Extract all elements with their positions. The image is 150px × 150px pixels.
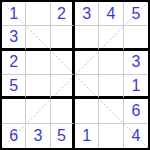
- given-digit: 3: [34, 128, 43, 144]
- cell-r1c2[interactable]: [26, 2, 50, 26]
- given-digit: 4: [107, 6, 116, 22]
- cell-r1c4[interactable]: 3: [75, 2, 99, 26]
- given-digit: 1: [131, 78, 140, 94]
- cell-r5c6[interactable]: 6: [124, 99, 148, 123]
- cell-r2c2[interactable]: [26, 26, 50, 50]
- cell-r6c3[interactable]: 5: [51, 124, 75, 148]
- cell-r6c2[interactable]: 3: [26, 124, 50, 148]
- cell-r5c4[interactable]: [75, 99, 99, 123]
- given-digit: 2: [9, 54, 18, 70]
- given-digit: 5: [131, 6, 140, 22]
- cell-r1c5[interactable]: 4: [99, 2, 123, 26]
- given-digit: 2: [57, 6, 66, 22]
- cell-r4c3[interactable]: [51, 75, 75, 99]
- given-digit: 6: [131, 103, 140, 119]
- cell-r3c2[interactable]: [26, 51, 50, 75]
- cell-r1c1[interactable]: 1: [2, 2, 26, 26]
- cell-r6c4[interactable]: 1: [75, 124, 99, 148]
- given-digit: 6: [9, 128, 18, 144]
- cell-r5c5[interactable]: [99, 99, 123, 123]
- given-digit: 3: [9, 29, 18, 45]
- cell-r4c1[interactable]: 5: [2, 75, 26, 99]
- given-digit: 4: [131, 128, 140, 144]
- cell-r2c6[interactable]: [124, 26, 148, 50]
- cell-r3c4[interactable]: [75, 51, 99, 75]
- sudoku-grid: 1234532351663514: [2, 2, 148, 148]
- cell-r4c6[interactable]: 1: [124, 75, 148, 99]
- cell-r2c4[interactable]: [75, 26, 99, 50]
- cell-r6c5[interactable]: [99, 124, 123, 148]
- given-digit: 5: [57, 128, 66, 144]
- given-digit: 3: [131, 54, 140, 70]
- cell-r5c1[interactable]: [2, 99, 26, 123]
- cell-r4c5[interactable]: [99, 75, 123, 99]
- cell-r6c1[interactable]: 6: [2, 124, 26, 148]
- cell-r2c5[interactable]: [99, 26, 123, 50]
- cell-r5c2[interactable]: [26, 99, 50, 123]
- cell-r5c3[interactable]: [51, 99, 75, 123]
- cell-r3c6[interactable]: 3: [124, 51, 148, 75]
- given-digit: 1: [82, 128, 91, 144]
- cell-r3c5[interactable]: [99, 51, 123, 75]
- cell-r4c2[interactable]: [26, 75, 50, 99]
- cell-r1c6[interactable]: 5: [124, 2, 148, 26]
- given-digit: 1: [9, 6, 18, 22]
- sudoku-board: 1234532351663514: [0, 0, 150, 150]
- cell-r4c4[interactable]: [75, 75, 99, 99]
- cell-r2c3[interactable]: [51, 26, 75, 50]
- cell-r3c3[interactable]: [51, 51, 75, 75]
- cell-r1c3[interactable]: 2: [51, 2, 75, 26]
- cell-r2c1[interactable]: 3: [2, 26, 26, 50]
- cell-r3c1[interactable]: 2: [2, 51, 26, 75]
- given-digit: 3: [82, 6, 91, 22]
- cell-r6c6[interactable]: 4: [124, 124, 148, 148]
- given-digit: 5: [9, 78, 18, 94]
